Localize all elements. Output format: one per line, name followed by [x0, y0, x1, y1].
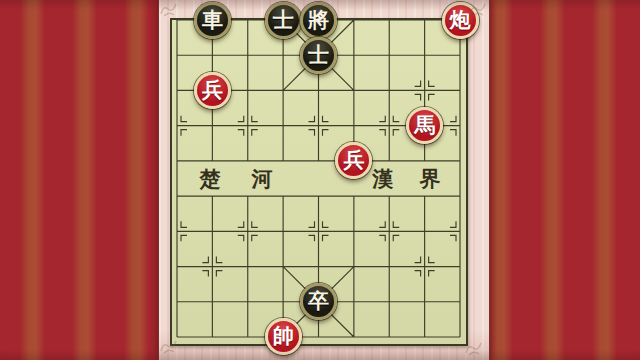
black-general[interactable]: 將	[300, 2, 337, 39]
river-label: 界	[417, 166, 443, 192]
river-label: 楚	[197, 166, 223, 192]
frame-ornament	[468, 1, 488, 23]
frame-ornament	[464, 340, 484, 360]
black-soldier[interactable]: 卒	[300, 283, 337, 320]
frame-ornament	[159, 338, 179, 360]
red-soldier[interactable]: 兵	[194, 72, 231, 109]
frame-ornament	[159, 1, 179, 23]
black-chariot[interactable]: 車	[194, 2, 231, 39]
red-horse[interactable]: 馬	[406, 107, 443, 144]
black-advisor[interactable]: 士	[300, 37, 337, 74]
river-label: 漢	[370, 166, 396, 192]
black-advisor[interactable]: 士	[265, 2, 302, 39]
red-general[interactable]: 帥	[265, 318, 302, 355]
river-label: 河	[249, 166, 275, 192]
